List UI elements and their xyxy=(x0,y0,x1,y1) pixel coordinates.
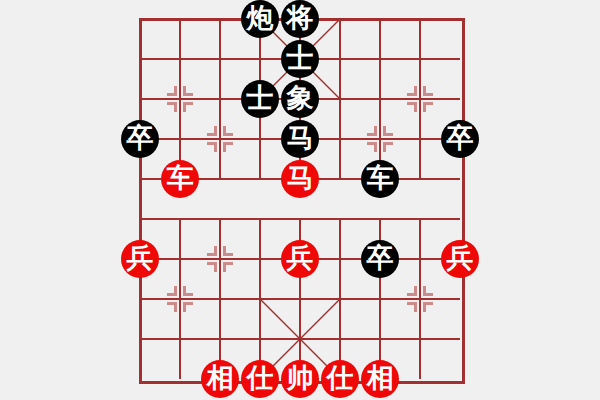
red-general[interactable]: 帅 xyxy=(281,360,319,398)
grid-line-v xyxy=(339,19,341,180)
position-marker-corner xyxy=(167,102,177,112)
red-advisor-glyph: 仕 xyxy=(327,365,354,392)
position-marker xyxy=(207,246,233,272)
position-marker-corner xyxy=(423,86,433,96)
position-marker-corner xyxy=(383,142,393,152)
position-marker-corner xyxy=(183,302,193,312)
position-marker-corner xyxy=(167,86,177,96)
position-marker-corner xyxy=(207,142,217,152)
position-marker-corner xyxy=(223,126,233,136)
black-advisor-glyph: 士 xyxy=(247,85,274,112)
black-soldier-glyph: 卒 xyxy=(127,125,154,152)
grid-line-v xyxy=(219,218,221,379)
black-chariot[interactable]: 车 xyxy=(361,160,399,198)
position-marker-corner xyxy=(207,262,217,272)
red-soldier[interactable]: 兵 xyxy=(281,240,319,278)
black-cannon[interactable]: 炮 xyxy=(241,0,279,38)
red-chariot-glyph: 车 xyxy=(167,165,194,192)
position-marker-corner xyxy=(423,286,433,296)
position-marker-corner xyxy=(367,126,377,136)
red-chariot[interactable]: 车 xyxy=(161,160,199,198)
position-marker-corner xyxy=(167,302,177,312)
position-marker xyxy=(167,286,193,312)
grid-line-v xyxy=(339,218,341,379)
position-marker-corner xyxy=(223,246,233,256)
xiangqi-app: 炮将士士象卒马卒车卒车马兵兵兵相仕帅仕相 xyxy=(0,0,600,400)
grid-line-v xyxy=(379,19,381,180)
red-soldier-glyph: 兵 xyxy=(127,245,154,272)
position-marker xyxy=(207,126,233,152)
black-general[interactable]: 将 xyxy=(281,0,319,38)
grid-line-v xyxy=(259,218,261,379)
red-elephant-glyph: 相 xyxy=(207,365,234,392)
black-horse[interactable]: 马 xyxy=(281,120,319,158)
red-horse[interactable]: 马 xyxy=(281,160,319,198)
position-marker-corner xyxy=(183,286,193,296)
position-marker-corner xyxy=(223,262,233,272)
red-soldier[interactable]: 兵 xyxy=(121,240,159,278)
black-soldier[interactable]: 卒 xyxy=(121,120,159,158)
red-elephant[interactable]: 相 xyxy=(361,360,399,398)
position-marker-corner xyxy=(423,102,433,112)
red-elephant[interactable]: 相 xyxy=(201,360,239,398)
position-marker xyxy=(167,86,193,112)
position-marker xyxy=(407,286,433,312)
board[interactable]: 炮将士士象卒马卒车卒车马兵兵兵相仕帅仕相 xyxy=(140,19,460,379)
black-advisor[interactable]: 士 xyxy=(241,80,279,118)
grid-line-v xyxy=(219,19,221,180)
position-marker-corner xyxy=(183,86,193,96)
position-marker-corner xyxy=(167,286,177,296)
position-marker-corner xyxy=(383,126,393,136)
position-marker-corner xyxy=(407,302,417,312)
black-horse-glyph: 马 xyxy=(287,125,314,152)
red-horse-glyph: 马 xyxy=(287,165,314,192)
position-marker-corner xyxy=(407,286,417,296)
red-advisor-glyph: 仕 xyxy=(247,365,274,392)
position-marker-corner xyxy=(423,302,433,312)
position-marker-corner xyxy=(223,142,233,152)
position-marker-corner xyxy=(183,102,193,112)
position-marker-corner xyxy=(407,102,417,112)
black-soldier[interactable]: 卒 xyxy=(361,240,399,278)
black-cannon-glyph: 炮 xyxy=(247,5,274,32)
position-marker-corner xyxy=(407,86,417,96)
red-soldier-glyph: 兵 xyxy=(447,245,474,272)
black-chariot-glyph: 车 xyxy=(367,165,394,192)
black-elephant-glyph: 象 xyxy=(287,85,314,112)
black-soldier[interactable]: 卒 xyxy=(441,120,479,158)
black-elephant[interactable]: 象 xyxy=(281,80,319,118)
position-marker xyxy=(407,86,433,112)
black-soldier-glyph: 卒 xyxy=(447,125,474,152)
position-marker xyxy=(367,126,393,152)
red-advisor[interactable]: 仕 xyxy=(241,360,279,398)
red-soldier-glyph: 兵 xyxy=(287,245,314,272)
position-marker-corner xyxy=(207,126,217,136)
red-elephant-glyph: 相 xyxy=(367,365,394,392)
position-marker-corner xyxy=(367,142,377,152)
red-soldier[interactable]: 兵 xyxy=(441,240,479,278)
black-general-glyph: 将 xyxy=(287,5,314,32)
black-advisor-glyph: 士 xyxy=(287,45,314,72)
position-marker-corner xyxy=(207,246,217,256)
black-advisor[interactable]: 士 xyxy=(281,40,319,78)
black-soldier-glyph: 卒 xyxy=(367,245,394,272)
red-advisor[interactable]: 仕 xyxy=(321,360,359,398)
red-general-glyph: 帅 xyxy=(287,365,314,392)
